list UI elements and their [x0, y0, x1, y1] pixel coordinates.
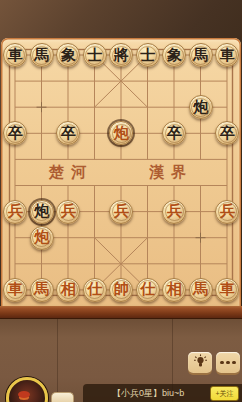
piece-red-advisor[interactable]: 仕	[83, 278, 107, 302]
piece-red-cannon[interactable]: 炮	[30, 226, 54, 250]
piece-black-cannon[interactable]: 炮	[189, 95, 213, 119]
piece-black-cannon[interactable]: 炮	[30, 200, 54, 224]
piece-black-elephant[interactable]: 象	[56, 43, 80, 67]
piece-red-advisor[interactable]: 仕	[136, 278, 160, 302]
piece-red-elephant[interactable]: 相	[56, 278, 80, 302]
xiangqi-game-screen: 楚河 漢界 車馬象士將士象馬車炮卒卒卒卒炮炮兵兵兵兵兵炮車馬相仕帥仕相馬車	[0, 0, 242, 402]
piece-red-chariot[interactable]: 車	[3, 278, 27, 302]
piece-red-general[interactable]: 帥	[109, 278, 133, 302]
piece-red-horse[interactable]: 馬	[30, 278, 54, 302]
follow-button[interactable]: +关注	[210, 386, 239, 401]
ellipsis-icon	[220, 361, 236, 365]
piece-red-soldier[interactable]: 兵	[56, 200, 80, 224]
piece-red-soldier[interactable]: 兵	[215, 200, 239, 224]
teacup-object	[51, 392, 74, 402]
piece-red-cannon[interactable]: 炮	[109, 121, 133, 145]
piece-black-soldier[interactable]: 卒	[3, 121, 27, 145]
hint-button[interactable]	[188, 352, 212, 373]
lightbulb-icon	[193, 354, 208, 372]
piece-black-horse[interactable]: 馬	[30, 43, 54, 67]
chat-bar: 【小兵0星】biu~b +关注	[83, 384, 242, 402]
piece-red-soldier[interactable]: 兵	[109, 200, 133, 224]
piece-black-advisor[interactable]: 士	[136, 43, 160, 67]
piece-black-chariot[interactable]: 車	[3, 43, 27, 67]
piece-black-soldier[interactable]: 卒	[56, 121, 80, 145]
piece-black-elephant[interactable]: 象	[162, 43, 186, 67]
board-edge-rail	[0, 306, 242, 319]
pieces-grid: 車馬象士將士象馬車炮卒卒卒卒炮炮兵兵兵兵兵炮車馬相仕帥仕相馬車	[2, 42, 241, 303]
piece-red-soldier[interactable]: 兵	[162, 200, 186, 224]
xiangqi-board[interactable]: 楚河 漢界 車馬象士將士象馬車炮卒卒卒卒炮炮兵兵兵兵兵炮車馬相仕帥仕相馬車	[1, 38, 241, 308]
piece-red-horse[interactable]: 馬	[189, 278, 213, 302]
piece-black-advisor[interactable]: 士	[83, 43, 107, 67]
piece-black-chariot[interactable]: 車	[215, 43, 239, 67]
player-chat-text: 【小兵0星】biu~b	[112, 387, 184, 400]
more-button[interactable]	[216, 352, 240, 373]
piece-red-elephant[interactable]: 相	[162, 278, 186, 302]
piece-red-soldier[interactable]: 兵	[3, 200, 27, 224]
wood-seam	[57, 319, 58, 402]
piece-red-chariot[interactable]: 車	[215, 278, 239, 302]
piece-black-horse[interactable]: 馬	[189, 43, 213, 67]
piece-black-soldier[interactable]: 卒	[162, 121, 186, 145]
piece-black-soldier[interactable]: 卒	[215, 121, 239, 145]
piece-black-general[interactable]: 將	[109, 43, 133, 67]
